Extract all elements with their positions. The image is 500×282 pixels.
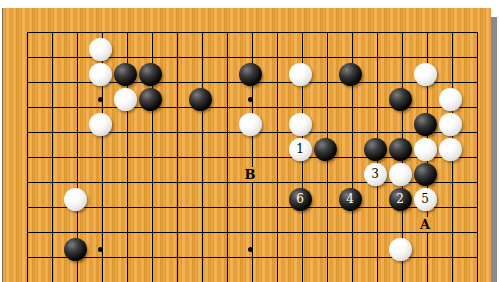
white-stone[interactable] bbox=[289, 113, 312, 136]
white-stone[interactable] bbox=[439, 88, 462, 111]
black-stone[interactable] bbox=[239, 63, 262, 86]
star-point bbox=[248, 97, 253, 102]
go-board: 136425AB bbox=[2, 8, 491, 282]
star-point bbox=[98, 97, 103, 102]
black-stone[interactable] bbox=[414, 163, 437, 186]
black-stone[interactable] bbox=[64, 238, 87, 261]
white-stone[interactable] bbox=[439, 138, 462, 161]
black-stone[interactable] bbox=[189, 88, 212, 111]
black-stone-move-2[interactable]: 2 bbox=[389, 188, 412, 211]
star-point bbox=[248, 247, 253, 252]
black-stone[interactable] bbox=[114, 63, 137, 86]
white-stone[interactable] bbox=[389, 163, 412, 186]
white-stone-move-1[interactable]: 1 bbox=[289, 138, 312, 161]
white-stone[interactable] bbox=[114, 88, 137, 111]
star-point bbox=[98, 247, 103, 252]
white-stone[interactable] bbox=[239, 113, 262, 136]
white-stone[interactable] bbox=[64, 188, 87, 211]
point-label-B[interactable]: B bbox=[242, 167, 258, 182]
black-stone[interactable] bbox=[139, 63, 162, 86]
black-stone[interactable] bbox=[139, 88, 162, 111]
white-stone[interactable] bbox=[414, 63, 437, 86]
white-stone[interactable] bbox=[439, 113, 462, 136]
white-stone[interactable] bbox=[389, 238, 412, 261]
board-drop-shadow bbox=[490, 17, 497, 282]
black-stone[interactable] bbox=[364, 138, 387, 161]
page: 136425AB bbox=[0, 0, 500, 282]
black-stone-move-6[interactable]: 6 bbox=[289, 188, 312, 211]
black-stone[interactable] bbox=[389, 138, 412, 161]
white-stone-move-5[interactable]: 5 bbox=[414, 188, 437, 211]
white-stone[interactable] bbox=[89, 113, 112, 136]
black-stone[interactable] bbox=[389, 88, 412, 111]
white-stone[interactable] bbox=[414, 138, 437, 161]
black-stone[interactable] bbox=[339, 63, 362, 86]
white-stone[interactable] bbox=[89, 38, 112, 61]
black-stone[interactable] bbox=[314, 138, 337, 161]
black-stone[interactable] bbox=[414, 113, 437, 136]
black-stone-move-4[interactable]: 4 bbox=[339, 188, 362, 211]
white-stone[interactable] bbox=[89, 63, 112, 86]
white-stone-move-3[interactable]: 3 bbox=[364, 163, 387, 186]
point-label-A[interactable]: A bbox=[417, 217, 433, 232]
white-stone[interactable] bbox=[289, 63, 312, 86]
